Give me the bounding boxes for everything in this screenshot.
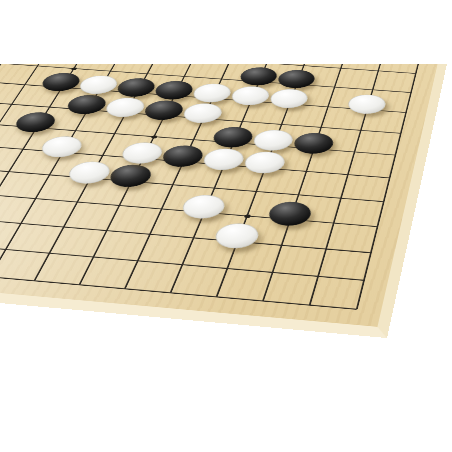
black-stone xyxy=(105,163,155,188)
black-stone xyxy=(113,77,159,98)
black-stone xyxy=(237,66,280,86)
grid-line xyxy=(0,162,384,202)
white-stone xyxy=(180,102,226,124)
black-stone xyxy=(151,80,196,101)
black-stone xyxy=(141,99,187,121)
go-board-photo xyxy=(0,0,452,452)
white-stone xyxy=(37,135,87,159)
white-stone xyxy=(118,141,167,165)
white-stone xyxy=(102,97,149,119)
white-stone xyxy=(190,82,234,103)
white-stone xyxy=(346,93,388,115)
black-stone xyxy=(291,132,336,155)
white-stone xyxy=(211,222,262,250)
black-stone xyxy=(210,126,256,149)
black-stone xyxy=(38,72,85,93)
black-stone xyxy=(275,69,317,89)
grid-line xyxy=(356,38,426,310)
photo-crop-mask xyxy=(0,0,452,64)
white-stone xyxy=(250,129,296,152)
black-stone xyxy=(63,94,110,116)
white-stone xyxy=(200,147,247,171)
white-stone xyxy=(267,88,310,109)
white-stone xyxy=(64,160,115,185)
black-stone xyxy=(265,200,314,227)
white-stone xyxy=(178,193,228,220)
black-stone xyxy=(159,144,207,168)
white-stone xyxy=(75,74,121,95)
grid-line xyxy=(0,209,371,254)
scene xyxy=(0,0,452,452)
black-stone xyxy=(11,111,60,133)
white-stone xyxy=(228,85,272,106)
grid-line xyxy=(0,261,357,310)
white-stone xyxy=(241,150,288,174)
grid-line xyxy=(309,35,390,305)
